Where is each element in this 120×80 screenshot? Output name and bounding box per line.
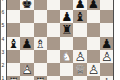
square-b3 [20,50,33,63]
square-b2: ♟♙ [20,63,33,76]
square-f3: ♟♙ [73,50,86,63]
square-d7 [47,0,60,10]
white-queen-fill: ♛ [73,63,86,76]
square-e2 [60,63,73,76]
square-e3: ♞♘ [60,50,73,63]
square-b6 [20,10,33,23]
rank-label-1: 1 [1,76,5,80]
white-pawn-fill: ♟ [87,63,100,76]
square-e7 [60,0,73,10]
square-g5 [87,23,100,36]
square-a3 [7,50,20,63]
white-rook-fill: ♜ [34,76,47,80]
square-g1 [87,76,100,80]
rank-label-3: 3 [1,50,5,55]
square-e1 [60,76,73,80]
square-b4: ♟ [20,37,33,50]
square-h3: ♟♙ [100,50,113,63]
white-pawn-b2: ♙ [20,63,33,76]
white-knight-e3: ♘ [60,50,73,63]
square-d3 [47,50,60,63]
rank-label-6: 6 [1,10,5,15]
square-c3 [34,50,47,63]
square-d2 [47,63,60,76]
black-pawn-b4: ♟ [20,37,33,50]
square-c6 [34,10,47,23]
square-f7: ♟ [73,0,86,10]
black-bishop-f6: ♝ [73,10,86,23]
square-f6: ♝ [73,10,86,23]
black-bishop-a4: ♝ [7,37,20,50]
white-rook-c1: ♖ [34,76,47,80]
square-c7 [34,0,47,10]
square-g2: ♟♙ [87,63,100,76]
white-pawn-g2: ♙ [87,63,100,76]
black-rook-e5: ♜ [60,23,73,36]
black-pawn-h4: ♟ [100,37,113,50]
square-h5 [100,23,113,36]
black-pawn-f7: ♟ [73,0,86,10]
square-b5 [20,23,33,36]
square-e4 [60,37,73,50]
black-pawn-g7: ♟ [87,0,100,10]
square-d6 [47,10,60,23]
square-a4: ♝ [7,37,20,50]
square-c2 [34,63,47,76]
square-b1 [20,76,33,80]
square-f5 [73,23,86,36]
square-f1 [73,76,86,80]
square-c5 [34,23,47,36]
white-pawn-fill: ♟ [20,63,33,76]
square-a2 [7,63,20,76]
white-knight-fill: ♞ [60,50,73,63]
square-h4: ♟ [100,37,113,50]
white-queen-f2: ♕ [73,63,86,76]
square-g7: ♟ [87,0,100,10]
white-king-fill: ♚ [100,76,113,80]
square-a1: ♜♖ [7,76,20,80]
square-g3 [87,50,100,63]
black-king-b7: ♚ [20,0,33,10]
square-c1: ♜♖ [34,76,47,80]
white-pawn-fill: ♟ [100,50,113,63]
square-h2 [100,63,113,76]
chess-board: ♚♟♟♟♝♜♝♟♝♗♟♞♘♟♙♟♙♟♙♛♕♟♙♜♖♜♖♚♔ [6,0,114,80]
rank-label-4: 4 [1,37,5,42]
white-pawn-f3: ♙ [73,50,86,63]
white-pawn-fill: ♟ [73,50,86,63]
square-d4 [47,37,60,50]
square-f2: ♛♕ [73,63,86,76]
white-king-h1: ♔ [100,76,113,80]
black-pawn-e6: ♟ [60,10,73,23]
square-h1: ♚♔ [100,76,113,80]
square-c4: ♝♗ [34,37,47,50]
square-h7 [100,0,113,10]
square-d1 [47,76,60,80]
rank-label-7: 7 [1,0,5,2]
square-g4 [87,37,100,50]
white-rook-fill: ♜ [7,76,20,80]
white-bishop-fill: ♝ [34,37,47,50]
square-e5: ♜ [60,23,73,36]
square-a5 [7,23,20,36]
square-d5 [47,23,60,36]
rank-label-5: 5 [1,23,5,28]
white-bishop-c4: ♗ [34,37,47,50]
square-a6 [7,10,20,23]
square-e6: ♟ [60,10,73,23]
square-f4 [73,37,86,50]
square-h6 [100,10,113,23]
square-a7 [7,0,20,10]
white-rook-a1: ♖ [7,76,20,80]
white-pawn-h3: ♙ [100,50,113,63]
chess-diagram: 7654321 ♚♟♟♟♝♜♝♟♝♗♟♞♘♟♙♟♙♟♙♛♕♟♙♜♖♜♖♚♔ [0,0,120,80]
square-g6 [87,10,100,23]
rank-label-2: 2 [1,63,5,68]
square-b7: ♚ [20,0,33,10]
